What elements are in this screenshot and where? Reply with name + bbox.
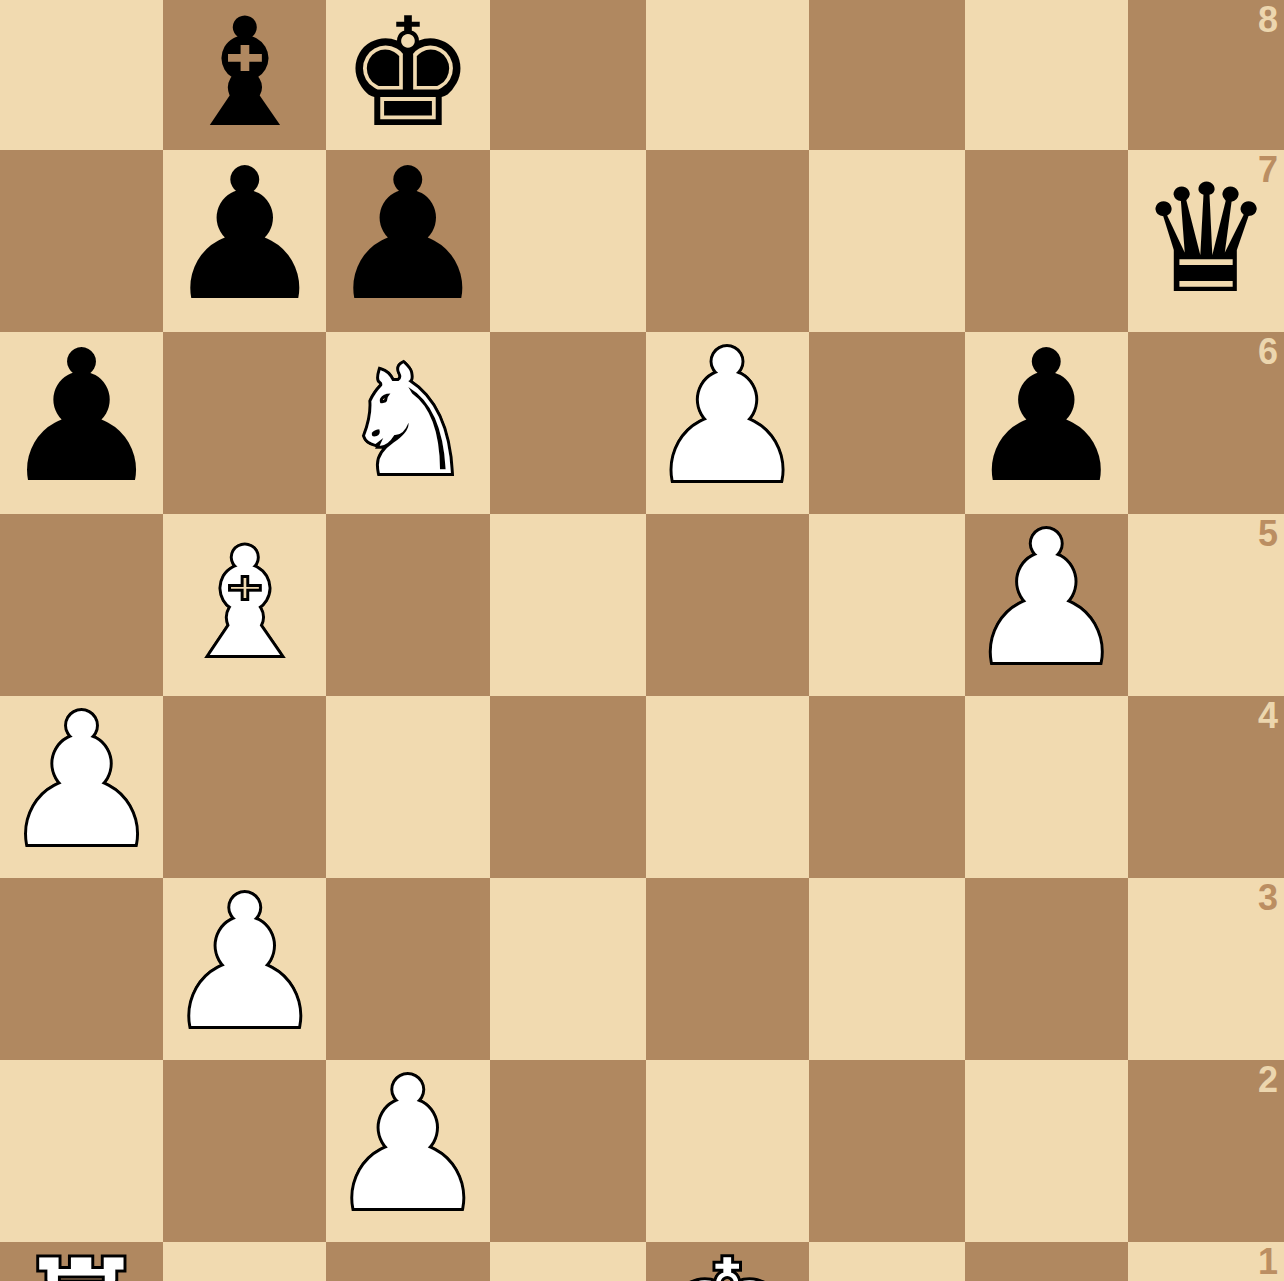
square-h4[interactable]: 4	[1128, 696, 1284, 878]
piece-white-rook[interactable]: ♜	[14, 1240, 148, 1281]
square-a2[interactable]	[0, 1060, 163, 1242]
piece-black-pawn[interactable]: ♟	[0, 326, 163, 508]
piece-white-pawn[interactable]: ♟	[965, 508, 1128, 690]
square-f4[interactable]	[809, 696, 965, 878]
square-d3[interactable]	[490, 878, 646, 1060]
square-a5[interactable]	[0, 514, 163, 696]
square-c8[interactable]: ♚	[326, 0, 489, 150]
square-b3[interactable]: ♟	[163, 878, 326, 1060]
square-h3[interactable]: 3	[1128, 878, 1284, 1060]
square-d6[interactable]	[490, 332, 646, 514]
rank-label-2: 2	[1258, 1062, 1278, 1098]
square-c6[interactable]: ♞	[326, 332, 489, 514]
square-b4[interactable]	[163, 696, 326, 878]
piece-black-queen[interactable]: ♛	[1139, 164, 1273, 314]
square-e1[interactable]: ♚e	[646, 1242, 809, 1281]
square-d1[interactable]: d	[490, 1242, 646, 1281]
square-e2[interactable]	[646, 1060, 809, 1242]
square-f6[interactable]	[809, 332, 965, 514]
square-g3[interactable]	[965, 878, 1128, 1060]
square-h8[interactable]: 8	[1128, 0, 1284, 150]
rank-label-7: 7	[1258, 152, 1278, 188]
piece-white-pawn[interactable]: ♟	[646, 326, 809, 508]
rank-label-1: 1	[1258, 1244, 1278, 1280]
square-h6[interactable]: 6	[1128, 332, 1284, 514]
square-a7[interactable]	[0, 150, 163, 332]
square-d2[interactable]	[490, 1060, 646, 1242]
square-g4[interactable]	[965, 696, 1128, 878]
square-f8[interactable]	[809, 0, 965, 150]
square-b5[interactable]: ♝	[163, 514, 326, 696]
square-c7[interactable]: ♟	[326, 150, 489, 332]
piece-white-pawn[interactable]: ♟	[326, 1054, 489, 1236]
square-e7[interactable]	[646, 150, 809, 332]
piece-white-knight[interactable]: ♞	[341, 346, 475, 496]
square-g1[interactable]: g	[965, 1242, 1128, 1281]
piece-black-pawn[interactable]: ♟	[163, 144, 326, 326]
square-d8[interactable]	[490, 0, 646, 150]
piece-black-pawn[interactable]: ♟	[326, 144, 489, 326]
square-a4[interactable]: ♟	[0, 696, 163, 878]
square-a1[interactable]: ♜a	[0, 1242, 163, 1281]
piece-black-king[interactable]: ♚	[341, 0, 475, 148]
square-f2[interactable]	[809, 1060, 965, 1242]
piece-white-pawn[interactable]: ♟	[163, 872, 326, 1054]
piece-white-bishop[interactable]: ♝	[178, 528, 312, 678]
square-g6[interactable]: ♟	[965, 332, 1128, 514]
rank-label-3: 3	[1258, 880, 1278, 916]
square-f5[interactable]	[809, 514, 965, 696]
square-e4[interactable]	[646, 696, 809, 878]
piece-white-king[interactable]: ♚	[660, 1240, 794, 1281]
square-g2[interactable]	[965, 1060, 1128, 1242]
square-g7[interactable]	[965, 150, 1128, 332]
rank-label-5: 5	[1258, 516, 1278, 552]
rank-label-8: 8	[1258, 2, 1278, 38]
square-d4[interactable]	[490, 696, 646, 878]
square-e5[interactable]	[646, 514, 809, 696]
square-a8[interactable]	[0, 0, 163, 150]
square-f1[interactable]: f	[809, 1242, 965, 1281]
square-b7[interactable]: ♟	[163, 150, 326, 332]
piece-black-pawn[interactable]: ♟	[965, 326, 1128, 508]
square-g8[interactable]	[965, 0, 1128, 150]
chess-app-view: ♝♚8♟♟♛7♟♞♟♟6♝♟5♟4♟3♟2♜abcd♚efg1h	[0, 0, 1284, 1281]
square-b2[interactable]	[163, 1060, 326, 1242]
square-h7[interactable]: ♛7	[1128, 150, 1284, 332]
square-e3[interactable]	[646, 878, 809, 1060]
square-h1[interactable]: 1h	[1128, 1242, 1284, 1281]
square-d7[interactable]	[490, 150, 646, 332]
square-c1[interactable]: c	[326, 1242, 489, 1281]
square-b8[interactable]: ♝	[163, 0, 326, 150]
square-h5[interactable]: 5	[1128, 514, 1284, 696]
square-e6[interactable]: ♟	[646, 332, 809, 514]
piece-white-pawn[interactable]: ♟	[0, 690, 163, 872]
square-f3[interactable]	[809, 878, 965, 1060]
piece-black-bishop[interactable]: ♝	[178, 0, 312, 148]
square-h2[interactable]: 2	[1128, 1060, 1284, 1242]
square-a3[interactable]	[0, 878, 163, 1060]
square-d5[interactable]	[490, 514, 646, 696]
square-g5[interactable]: ♟	[965, 514, 1128, 696]
rank-label-4: 4	[1258, 698, 1278, 734]
square-c3[interactable]	[326, 878, 489, 1060]
chess-board[interactable]: ♝♚8♟♟♛7♟♞♟♟6♝♟5♟4♟3♟2♜abcd♚efg1h	[0, 0, 1284, 1277]
rank-label-6: 6	[1258, 334, 1278, 370]
square-f7[interactable]	[809, 150, 965, 332]
square-c5[interactable]	[326, 514, 489, 696]
square-e8[interactable]	[646, 0, 809, 150]
square-c4[interactable]	[326, 696, 489, 878]
square-a6[interactable]: ♟	[0, 332, 163, 514]
square-c2[interactable]: ♟	[326, 1060, 489, 1242]
square-b6[interactable]	[163, 332, 326, 514]
square-b1[interactable]: b	[163, 1242, 326, 1281]
